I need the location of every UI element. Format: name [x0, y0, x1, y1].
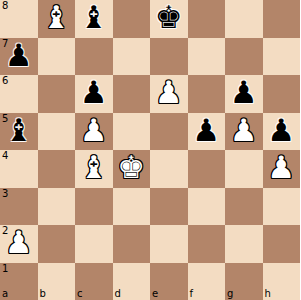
file-label-a: a	[2, 289, 8, 299]
square-d3[interactable]	[113, 188, 151, 226]
file-label-e: e	[152, 289, 158, 299]
square-b3[interactable]	[38, 188, 76, 226]
file-label-b: b	[40, 289, 46, 299]
square-f4[interactable]	[188, 150, 226, 188]
square-d5[interactable]	[113, 113, 151, 151]
rank-label-3: 3	[2, 189, 8, 199]
square-c1[interactable]: c	[75, 263, 113, 300]
square-b6[interactable]	[38, 75, 76, 113]
black-pawn-a7[interactable]: ♟	[5, 40, 33, 71]
square-e2[interactable]	[150, 225, 188, 263]
square-e7[interactable]	[150, 38, 188, 76]
white-pawn-e6[interactable]: ♟	[155, 77, 183, 108]
square-a4[interactable]: 4	[0, 150, 38, 188]
square-e4[interactable]	[150, 150, 188, 188]
square-a8[interactable]: 8	[0, 0, 38, 38]
rank-label-4: 4	[2, 151, 8, 161]
square-g1[interactable]: g	[225, 263, 263, 300]
white-bishop-c4[interactable]: ♝	[80, 152, 108, 183]
square-d4[interactable]: ♚	[113, 150, 151, 188]
file-label-d: d	[115, 289, 121, 299]
square-g2[interactable]	[225, 225, 263, 263]
square-f5[interactable]: ♟	[188, 113, 226, 151]
square-a5[interactable]: 5♝	[0, 113, 38, 151]
black-pawn-h5[interactable]: ♟	[267, 115, 295, 146]
white-bishop-b8[interactable]: ♝	[42, 2, 70, 33]
square-c8[interactable]: ♝	[75, 0, 113, 38]
square-f2[interactable]	[188, 225, 226, 263]
square-h4[interactable]: ♟	[263, 150, 301, 188]
square-h1[interactable]: h	[263, 263, 301, 300]
square-b7[interactable]	[38, 38, 76, 76]
square-e1[interactable]: e	[150, 263, 188, 300]
square-f7[interactable]	[188, 38, 226, 76]
square-f1[interactable]: f	[188, 263, 226, 300]
square-a1[interactable]: 1a	[0, 263, 38, 300]
square-g8[interactable]	[225, 0, 263, 38]
black-king-e8[interactable]: ♚	[155, 2, 183, 33]
file-label-f: f	[190, 289, 194, 299]
rank-label-6: 6	[2, 76, 8, 86]
black-pawn-g6[interactable]: ♟	[230, 77, 258, 108]
square-c6[interactable]: ♟	[75, 75, 113, 113]
square-a3[interactable]: 3	[0, 188, 38, 226]
square-c2[interactable]	[75, 225, 113, 263]
square-e6[interactable]: ♟	[150, 75, 188, 113]
square-g7[interactable]	[225, 38, 263, 76]
black-bishop-c8[interactable]: ♝	[80, 2, 108, 33]
square-h6[interactable]	[263, 75, 301, 113]
white-pawn-c5[interactable]: ♟	[80, 115, 108, 146]
file-label-h: h	[265, 289, 271, 299]
square-g3[interactable]	[225, 188, 263, 226]
square-d6[interactable]	[113, 75, 151, 113]
square-b5[interactable]	[38, 113, 76, 151]
square-h2[interactable]	[263, 225, 301, 263]
square-d2[interactable]	[113, 225, 151, 263]
white-pawn-h4[interactable]: ♟	[267, 152, 295, 183]
square-g5[interactable]: ♟	[225, 113, 263, 151]
square-b4[interactable]	[38, 150, 76, 188]
black-pawn-f5[interactable]: ♟	[192, 115, 220, 146]
square-b8[interactable]: ♝	[38, 0, 76, 38]
white-king-d4[interactable]: ♚	[117, 152, 145, 183]
square-d1[interactable]: d	[113, 263, 151, 300]
square-e8[interactable]: ♚	[150, 0, 188, 38]
black-bishop-a5[interactable]: ♝	[5, 115, 33, 146]
rank-label-8: 8	[2, 1, 8, 11]
white-pawn-a2[interactable]: ♟	[5, 227, 33, 258]
square-g4[interactable]	[225, 150, 263, 188]
chess-board: 8♝♝♚7♟6♟♟♟5♝♟♟♟♟4♝♚♟32♟1abcdefgh	[0, 0, 300, 300]
square-c7[interactable]	[75, 38, 113, 76]
rank-label-1: 1	[2, 264, 8, 274]
square-d8[interactable]	[113, 0, 151, 38]
square-c3[interactable]	[75, 188, 113, 226]
black-pawn-c6[interactable]: ♟	[80, 77, 108, 108]
square-f6[interactable]	[188, 75, 226, 113]
square-d7[interactable]	[113, 38, 151, 76]
square-g6[interactable]: ♟	[225, 75, 263, 113]
white-pawn-g5[interactable]: ♟	[230, 115, 258, 146]
square-a7[interactable]: 7♟	[0, 38, 38, 76]
square-h8[interactable]	[263, 0, 301, 38]
square-a6[interactable]: 6	[0, 75, 38, 113]
square-b2[interactable]	[38, 225, 76, 263]
square-c4[interactable]: ♝	[75, 150, 113, 188]
square-e5[interactable]	[150, 113, 188, 151]
square-f8[interactable]	[188, 0, 226, 38]
file-label-g: g	[227, 289, 233, 299]
square-f3[interactable]	[188, 188, 226, 226]
square-h7[interactable]	[263, 38, 301, 76]
file-label-c: c	[77, 289, 83, 299]
square-h5[interactable]: ♟	[263, 113, 301, 151]
square-h3[interactable]	[263, 188, 301, 226]
square-a2[interactable]: 2♟	[0, 225, 38, 263]
square-e3[interactable]	[150, 188, 188, 226]
square-b1[interactable]: b	[38, 263, 76, 300]
square-c5[interactable]: ♟	[75, 113, 113, 151]
